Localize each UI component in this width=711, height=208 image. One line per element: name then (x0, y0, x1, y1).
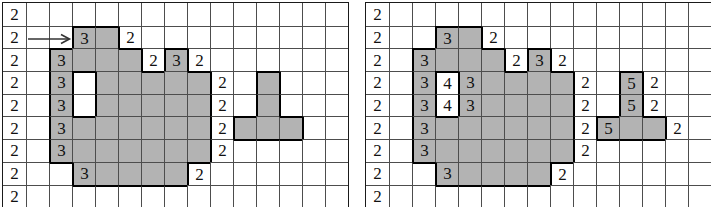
left-cell-r8c7 (164, 185, 187, 208)
right-cell-r4c13 (665, 94, 688, 117)
right-cell-r0c8 (550, 3, 573, 26)
left-cell-r5c11 (256, 116, 279, 139)
left-cell-r8c5 (118, 185, 141, 208)
right-cell-r6c9: 2 (573, 139, 596, 162)
left-cell-r1c4 (95, 26, 118, 49)
left-cell-r1c13 (302, 26, 325, 49)
left-cell-r2c3 (72, 48, 95, 71)
left-cell-r5c10 (233, 116, 256, 139)
right-cell-r1c7 (527, 26, 550, 49)
right-cell-r1c5: 2 (481, 26, 504, 49)
right-cell-r0c10 (596, 3, 619, 26)
left-cell-r0c11 (256, 3, 279, 26)
left-cell-r5c12 (279, 116, 302, 139)
left-cell-r6c7 (164, 139, 187, 162)
right-cell-r7c10 (596, 162, 619, 185)
left-cell-r7c5 (118, 162, 141, 185)
left-cell-r3c7 (164, 71, 187, 94)
left-cell-r3c4 (95, 71, 118, 94)
right-cell-r0c11 (619, 3, 642, 26)
left-cell-r8c12 (279, 185, 302, 208)
right-cell-r1c4 (458, 26, 481, 49)
left-cell-r3c3 (72, 71, 95, 94)
left-cell-r0c1 (26, 3, 49, 26)
left-grid: 2232232322322322322322322 (2, 2, 349, 207)
right-cell-r6c7 (527, 139, 550, 162)
left-cell-r2c4 (95, 48, 118, 71)
left-cell-r5c2: 3 (49, 116, 72, 139)
left-cell-r0c10 (233, 3, 256, 26)
left-cell-r0c8 (187, 3, 210, 26)
right-cell-r2c8: 2 (550, 48, 573, 71)
right-cell-r0c5 (481, 3, 504, 26)
right-cell-r2c7: 3 (527, 48, 550, 71)
right-cell-r8c7 (527, 185, 550, 208)
left-cell-r8c3 (72, 185, 95, 208)
right-cell-r1c8 (550, 26, 573, 49)
right-cell-r8c12 (642, 185, 665, 208)
left-cell-r0c2 (49, 3, 72, 26)
right-cell-r4c1 (389, 94, 412, 117)
left-cell-r3c11 (256, 71, 279, 94)
left-cell-r6c8 (187, 139, 210, 162)
right-cell-r1c12 (642, 26, 665, 49)
right-cell-r1c6 (504, 26, 527, 49)
left-cell-r6c10 (233, 139, 256, 162)
left-cell-r2c14 (325, 48, 348, 71)
right-cell-r0c4 (458, 3, 481, 26)
right-cell-r8c11 (619, 185, 642, 208)
left-cell-r7c0: 2 (3, 162, 26, 185)
left-cell-r2c13 (302, 48, 325, 71)
left-cell-r3c14 (325, 71, 348, 94)
left-cell-r4c4 (95, 94, 118, 117)
left-cell-r2c2: 3 (49, 48, 72, 71)
right-cell-r6c0: 2 (366, 139, 389, 162)
right-cell-r5c4 (458, 116, 481, 139)
left-cell-r2c6: 2 (141, 48, 164, 71)
left-cell-r0c3 (72, 3, 95, 26)
right-cell-r1c1 (389, 26, 412, 49)
right-cell-r1c14 (688, 26, 711, 49)
right-cell-r2c12 (642, 48, 665, 71)
right-cell-r0c6 (504, 3, 527, 26)
left-cell-r6c3 (72, 139, 95, 162)
left-cell-r0c12 (279, 3, 302, 26)
left-cell-r2c5 (118, 48, 141, 71)
right-cell-r3c2: 3 (412, 71, 435, 94)
left-cell-r4c1 (26, 94, 49, 117)
left-cell-r8c4 (95, 185, 118, 208)
right-cell-r6c5 (481, 139, 504, 162)
right-cell-r2c14 (688, 48, 711, 71)
left-cell-r6c5 (118, 139, 141, 162)
right-cell-r6c13 (665, 139, 688, 162)
right-cell-r8c4 (458, 185, 481, 208)
left-cell-r2c9 (210, 48, 233, 71)
left-cell-r6c4 (95, 139, 118, 162)
right-cell-r6c8 (550, 139, 573, 162)
right-cell-r8c5 (481, 185, 504, 208)
right-cell-r5c7 (527, 116, 550, 139)
right-grid: 22322323223432522343252232522322322 (365, 2, 711, 207)
left-cell-r1c8 (187, 26, 210, 49)
left-cell-r6c6 (141, 139, 164, 162)
right-cell-r0c14 (688, 3, 711, 26)
right-cell-r3c5 (481, 71, 504, 94)
left-cell-r0c13 (302, 3, 325, 26)
left-cell-r8c13 (302, 185, 325, 208)
left-cell-r3c5 (118, 71, 141, 94)
right-cell-r5c6 (504, 116, 527, 139)
figure-two-grids: { "game": "shaded-polyomino grid puzzle … (0, 0, 711, 207)
left-cell-r7c12 (279, 162, 302, 185)
right-cell-r3c11: 5 (619, 71, 642, 94)
right-cell-r8c1 (389, 185, 412, 208)
left-cell-r2c0: 2 (3, 48, 26, 71)
right-cell-r1c0: 2 (366, 26, 389, 49)
right-cell-r2c2: 3 (412, 48, 435, 71)
right-cell-r5c10: 5 (596, 116, 619, 139)
right-cell-r1c2 (412, 26, 435, 49)
right-cell-r2c10 (596, 48, 619, 71)
right-cell-r0c0: 2 (366, 3, 389, 26)
right-cell-r6c11 (619, 139, 642, 162)
left-cell-r3c0: 2 (3, 71, 26, 94)
left-cell-r4c12 (279, 94, 302, 117)
left-cell-r1c2 (49, 26, 72, 49)
left-cell-r7c13 (302, 162, 325, 185)
right-cell-r3c8 (550, 71, 573, 94)
right-cell-r6c12 (642, 139, 665, 162)
right-cell-r7c8: 2 (550, 162, 573, 185)
right-cell-r1c11 (619, 26, 642, 49)
left-cell-r7c10 (233, 162, 256, 185)
left-cell-r0c6 (141, 3, 164, 26)
left-cell-r5c3 (72, 116, 95, 139)
left-cell-r3c1 (26, 71, 49, 94)
right-cell-r3c6 (504, 71, 527, 94)
right-cell-r4c8 (550, 94, 573, 117)
right-cell-r5c14 (688, 116, 711, 139)
right-cell-r5c13: 2 (665, 116, 688, 139)
left-cell-r7c14 (325, 162, 348, 185)
left-cell-r4c11 (256, 94, 279, 117)
left-cell-r8c14 (325, 185, 348, 208)
right-cell-r7c13 (665, 162, 688, 185)
left-cell-r0c0: 2 (3, 3, 26, 26)
left-cell-r6c0: 2 (3, 139, 26, 162)
right-cell-r0c7 (527, 3, 550, 26)
left-cell-r1c6 (141, 26, 164, 49)
right-cell-r6c2: 3 (412, 139, 435, 162)
right-cell-r8c10 (596, 185, 619, 208)
right-cell-r0c9 (573, 3, 596, 26)
left-cell-r1c12 (279, 26, 302, 49)
right-cell-r8c13 (665, 185, 688, 208)
left-cell-r7c7 (164, 162, 187, 185)
right-cell-r0c1 (389, 3, 412, 26)
left-cell-r5c7 (164, 116, 187, 139)
left-cell-r3c9: 2 (210, 71, 233, 94)
left-cell-r0c5 (118, 3, 141, 26)
left-cell-r2c11 (256, 48, 279, 71)
right-cell-r2c11 (619, 48, 642, 71)
left-cell-r5c1 (26, 116, 49, 139)
right-cell-r4c11: 5 (619, 94, 642, 117)
right-cell-r4c6 (504, 94, 527, 117)
right-cell-r7c5 (481, 162, 504, 185)
right-cell-r7c7 (527, 162, 550, 185)
right-cell-r3c1 (389, 71, 412, 94)
left-cell-r3c8 (187, 71, 210, 94)
right-cell-r7c14 (688, 162, 711, 185)
left-cell-r6c2: 3 (49, 139, 72, 162)
right-cell-r6c6 (504, 139, 527, 162)
right-cell-r8c6 (504, 185, 527, 208)
right-cell-r1c9 (573, 26, 596, 49)
left-cell-r7c8: 2 (187, 162, 210, 185)
right-cell-r1c3: 3 (435, 26, 458, 49)
right-cell-r4c2: 3 (412, 94, 435, 117)
right-cell-r8c8 (550, 185, 573, 208)
right-cell-r8c0: 2 (366, 185, 389, 208)
left-cell-r4c14 (325, 94, 348, 117)
left-cell-r2c7: 3 (164, 48, 187, 71)
left-cell-r4c0: 2 (3, 94, 26, 117)
left-cell-r0c9 (210, 3, 233, 26)
right-cell-r5c8 (550, 116, 573, 139)
left-cell-r6c1 (26, 139, 49, 162)
right-cell-r4c9: 2 (573, 94, 596, 117)
right-cell-r5c11 (619, 116, 642, 139)
left-cell-r7c1 (26, 162, 49, 185)
left-cell-r7c9 (210, 162, 233, 185)
right-cell-r3c7 (527, 71, 550, 94)
left-cell-r4c10 (233, 94, 256, 117)
right-cell-r6c10 (596, 139, 619, 162)
left-cell-r8c11 (256, 185, 279, 208)
left-cell-r5c4 (95, 116, 118, 139)
right-cell-r4c4: 3 (458, 94, 481, 117)
left-cell-r5c14 (325, 116, 348, 139)
right-cell-r7c3: 3 (435, 162, 458, 185)
left-cell-r7c2 (49, 162, 72, 185)
left-cell-r3c12 (279, 71, 302, 94)
right-cell-r1c13 (665, 26, 688, 49)
left-cell-r8c2 (49, 185, 72, 208)
left-cell-r1c1 (26, 26, 49, 49)
right-cell-r7c4 (458, 162, 481, 185)
left-cell-r8c1 (26, 185, 49, 208)
right-cell-r6c1 (389, 139, 412, 162)
right-cell-r4c7 (527, 94, 550, 117)
right-cell-r0c3 (435, 3, 458, 26)
right-cell-r4c14 (688, 94, 711, 117)
left-cell-r1c3: 3 (72, 26, 95, 49)
left-cell-r5c0: 2 (3, 116, 26, 139)
right-cell-r6c4 (458, 139, 481, 162)
left-cell-r3c10 (233, 71, 256, 94)
left-cell-r5c6 (141, 116, 164, 139)
right-cell-r7c6 (504, 162, 527, 185)
left-cell-r3c13 (302, 71, 325, 94)
left-cell-r5c13 (302, 116, 325, 139)
left-cell-r2c12 (279, 48, 302, 71)
left-cell-r0c14 (325, 3, 348, 26)
left-cell-r4c6 (141, 94, 164, 117)
left-cell-r1c11 (256, 26, 279, 49)
right-cell-r3c3: 4 (435, 71, 458, 94)
right-cell-r0c13 (665, 3, 688, 26)
left-cell-r3c6 (141, 71, 164, 94)
left-cell-r1c7 (164, 26, 187, 49)
right-cell-r2c9 (573, 48, 596, 71)
right-cell-r3c12: 2 (642, 71, 665, 94)
right-cell-r4c10 (596, 94, 619, 117)
left-cell-r0c4 (95, 3, 118, 26)
right-cell-r7c11 (619, 162, 642, 185)
right-cell-r5c2: 3 (412, 116, 435, 139)
right-cell-r4c12: 2 (642, 94, 665, 117)
left-cell-r4c2: 3 (49, 94, 72, 117)
left-cell-r6c11 (256, 139, 279, 162)
right-cell-r3c10 (596, 71, 619, 94)
right-cell-r4c5 (481, 94, 504, 117)
right-cell-r5c9: 2 (573, 116, 596, 139)
left-cell-r2c10 (233, 48, 256, 71)
right-cell-r7c2 (412, 162, 435, 185)
right-cell-r5c1 (389, 116, 412, 139)
right-cell-r3c14 (688, 71, 711, 94)
right-cell-r3c0: 2 (366, 71, 389, 94)
left-cell-r7c11 (256, 162, 279, 185)
left-cell-r7c4 (95, 162, 118, 185)
right-cell-r7c12 (642, 162, 665, 185)
right-cell-r6c3 (435, 139, 458, 162)
right-cell-r2c1 (389, 48, 412, 71)
right-cell-r3c13 (665, 71, 688, 94)
left-cell-r4c5 (118, 94, 141, 117)
left-cell-r7c3: 3 (72, 162, 95, 185)
left-cell-r6c9: 2 (210, 139, 233, 162)
right-cell-r0c12 (642, 3, 665, 26)
left-cell-r4c8 (187, 94, 210, 117)
left-cell-r2c1 (26, 48, 49, 71)
right-cell-r3c4: 3 (458, 71, 481, 94)
right-cell-r8c14 (688, 185, 711, 208)
right-cell-r6c14 (688, 139, 711, 162)
left-cell-r2c8: 2 (187, 48, 210, 71)
left-cell-r6c13 (302, 139, 325, 162)
right-cell-r7c1 (389, 162, 412, 185)
right-cell-r8c9 (573, 185, 596, 208)
left-cell-r1c9 (210, 26, 233, 49)
right-cell-r4c0: 2 (366, 94, 389, 117)
right-cell-r2c6: 2 (504, 48, 527, 71)
left-cell-r4c7 (164, 94, 187, 117)
left-cell-r3c2: 3 (49, 71, 72, 94)
left-cell-r1c0: 2 (3, 26, 26, 49)
right-cell-r2c5 (481, 48, 504, 71)
left-cell-r8c0: 2 (3, 185, 26, 208)
right-cell-r0c2 (412, 3, 435, 26)
left-cell-r7c6 (141, 162, 164, 185)
left-cell-r4c13 (302, 94, 325, 117)
right-cell-r2c13 (665, 48, 688, 71)
left-cell-r8c8 (187, 185, 210, 208)
right-cell-r8c3 (435, 185, 458, 208)
left-cell-r5c9: 2 (210, 116, 233, 139)
left-cell-r6c12 (279, 139, 302, 162)
left-cell-r8c9 (210, 185, 233, 208)
right-cell-r2c4 (458, 48, 481, 71)
right-cell-r5c0: 2 (366, 116, 389, 139)
right-cell-r5c3 (435, 116, 458, 139)
left-cell-r5c8 (187, 116, 210, 139)
right-cell-r5c12 (642, 116, 665, 139)
right-cell-r5c5 (481, 116, 504, 139)
left-cell-r8c6 (141, 185, 164, 208)
right-cell-r8c2 (412, 185, 435, 208)
right-cell-r3c9: 2 (573, 71, 596, 94)
left-cell-r0c7 (164, 3, 187, 26)
left-cell-r6c14 (325, 139, 348, 162)
left-cell-r1c10 (233, 26, 256, 49)
left-cell-r4c3 (72, 94, 95, 117)
left-cell-r5c5 (118, 116, 141, 139)
right-cell-r2c3 (435, 48, 458, 71)
right-cell-r2c0: 2 (366, 48, 389, 71)
right-cell-r1c10 (596, 26, 619, 49)
right-cell-r7c9 (573, 162, 596, 185)
left-cell-r1c14 (325, 26, 348, 49)
left-cell-r4c9: 2 (210, 94, 233, 117)
left-cell-r1c5: 2 (118, 26, 141, 49)
right-cell-r4c3: 4 (435, 94, 458, 117)
left-cell-r8c10 (233, 185, 256, 208)
right-cell-r7c0: 2 (366, 162, 389, 185)
